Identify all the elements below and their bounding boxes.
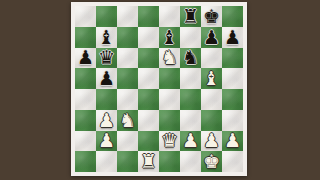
square-h8 — [222, 6, 243, 27]
square-e6: ♞ — [159, 48, 180, 69]
square-f1 — [180, 151, 201, 172]
square-a2 — [75, 131, 96, 152]
square-e8 — [159, 6, 180, 27]
white-king-g1: ♚ — [203, 152, 220, 171]
white-bishop-g5: ♝ — [203, 69, 220, 88]
black-queen-b6: ♛ — [98, 48, 115, 67]
square-f4 — [180, 89, 201, 110]
black-rook-f8: ♜ — [182, 6, 199, 25]
square-d7 — [138, 27, 159, 48]
black-bishop-b7: ♝ — [98, 27, 115, 46]
white-knight-e6: ♞ — [161, 48, 178, 67]
square-c5 — [117, 68, 138, 89]
square-b8 — [96, 6, 117, 27]
white-pawn-b3: ♟ — [98, 110, 115, 129]
square-a3 — [75, 110, 96, 131]
square-b5: ♟ — [96, 68, 117, 89]
white-pawn-h2: ♟ — [224, 131, 241, 150]
square-h2: ♟ — [222, 131, 243, 152]
square-g6 — [201, 48, 222, 69]
video-frame: ♜♚♝♝♟♟♟♛♞♞♟♝♟♞♟♛♟♟♟♜♚ — [0, 0, 320, 180]
square-g1: ♚ — [201, 151, 222, 172]
square-c7 — [117, 27, 138, 48]
square-b3: ♟ — [96, 110, 117, 131]
square-f2: ♟ — [180, 131, 201, 152]
square-d3 — [138, 110, 159, 131]
white-pawn-b2: ♟ — [98, 131, 115, 150]
square-h6 — [222, 48, 243, 69]
square-h3 — [222, 110, 243, 131]
black-pawn-h7: ♟ — [224, 27, 241, 46]
white-rook-d1: ♜ — [140, 152, 157, 171]
square-g3 — [201, 110, 222, 131]
square-a6: ♟ — [75, 48, 96, 69]
white-knight-c3: ♞ — [119, 110, 136, 129]
chess-board: ♜♚♝♝♟♟♟♛♞♞♟♝♟♞♟♛♟♟♟♜♚ — [75, 6, 243, 172]
square-d1: ♜ — [138, 151, 159, 172]
square-b4 — [96, 89, 117, 110]
square-e7: ♝ — [159, 27, 180, 48]
square-g4 — [201, 89, 222, 110]
square-a5 — [75, 68, 96, 89]
square-g7: ♟ — [201, 27, 222, 48]
square-c2 — [117, 131, 138, 152]
square-f8: ♜ — [180, 6, 201, 27]
chess-board-frame: ♜♚♝♝♟♟♟♛♞♞♟♝♟♞♟♛♟♟♟♜♚ — [71, 2, 247, 176]
white-queen-e2: ♛ — [161, 131, 178, 150]
square-g5: ♝ — [201, 68, 222, 89]
square-a1 — [75, 151, 96, 172]
black-pawn-g7: ♟ — [203, 27, 220, 46]
square-e3 — [159, 110, 180, 131]
square-c3: ♞ — [117, 110, 138, 131]
square-e2: ♛ — [159, 131, 180, 152]
square-d8 — [138, 6, 159, 27]
square-b7: ♝ — [96, 27, 117, 48]
square-h5 — [222, 68, 243, 89]
square-h1 — [222, 151, 243, 172]
square-c1 — [117, 151, 138, 172]
square-b6: ♛ — [96, 48, 117, 69]
square-d6 — [138, 48, 159, 69]
square-a4 — [75, 89, 96, 110]
white-pawn-g2: ♟ — [203, 131, 220, 150]
square-b1 — [96, 151, 117, 172]
square-f3 — [180, 110, 201, 131]
square-g2: ♟ — [201, 131, 222, 152]
square-e4 — [159, 89, 180, 110]
black-pawn-a6: ♟ — [77, 48, 94, 67]
square-b2: ♟ — [96, 131, 117, 152]
square-d4 — [138, 89, 159, 110]
square-f6: ♞ — [180, 48, 201, 69]
white-pawn-f2: ♟ — [182, 131, 199, 150]
black-king-g8: ♚ — [203, 6, 220, 25]
square-h4 — [222, 89, 243, 110]
square-a7 — [75, 27, 96, 48]
square-h7: ♟ — [222, 27, 243, 48]
square-d2 — [138, 131, 159, 152]
square-c8 — [117, 6, 138, 27]
square-e1 — [159, 151, 180, 172]
square-c4 — [117, 89, 138, 110]
square-c6 — [117, 48, 138, 69]
square-d5 — [138, 68, 159, 89]
black-bishop-e7: ♝ — [161, 27, 178, 46]
square-f5 — [180, 68, 201, 89]
square-e5 — [159, 68, 180, 89]
square-a8 — [75, 6, 96, 27]
square-g8: ♚ — [201, 6, 222, 27]
square-f7 — [180, 27, 201, 48]
black-pawn-b5: ♟ — [98, 69, 115, 88]
black-knight-f6: ♞ — [182, 48, 199, 67]
